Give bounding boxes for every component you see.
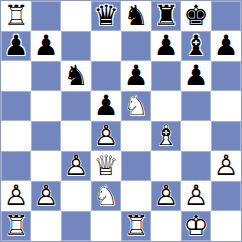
piece-glyph: ♚ [183,2,208,30]
square-c2[interactable] [61,181,91,211]
square-b7[interactable]: ♟ [31,31,61,61]
square-f4[interactable]: ♝♗ [151,121,181,151]
square-c8[interactable] [61,1,91,31]
black-pawn[interactable]: ♟ [1,31,31,61]
piece-glyph: ♟ [153,32,178,60]
piece-glyph-outline: ♙ [213,152,238,180]
square-b8[interactable] [31,1,61,31]
piece-glyph: ♜ [153,2,178,30]
square-c6[interactable]: ♞ [61,61,91,91]
white-pawn[interactable]: ♟♙ [61,151,91,181]
square-g2[interactable]: ♟♙ [181,181,211,211]
square-h3[interactable]: ♟♙ [211,151,241,181]
square-a5[interactable] [1,91,31,121]
black-pawn[interactable]: ♟ [181,61,211,91]
square-e6[interactable]: ♟ [121,61,151,91]
square-a2[interactable]: ♟♙ [1,181,31,211]
square-h2[interactable] [211,181,241,211]
square-c1[interactable] [61,211,91,241]
square-d4[interactable]: ♟♙ [91,121,121,151]
square-g3[interactable] [181,151,211,181]
piece-glyph: ♟ [3,32,28,60]
white-pawn[interactable]: ♟♙ [181,181,211,211]
square-g8[interactable]: ♚ [181,1,211,31]
piece-glyph: ♛ [93,2,118,30]
piece-glyph: ♟ [183,62,208,90]
piece-glyph-outline: ♙ [93,122,118,150]
white-knight[interactable]: ♞♘ [91,181,121,211]
piece-glyph: ♞ [123,2,148,30]
white-rook[interactable]: ♜♖ [1,1,31,31]
square-d7[interactable] [91,31,121,61]
piece-glyph-outline: ♙ [153,182,178,210]
square-g4[interactable] [181,121,211,151]
square-b4[interactable] [31,121,61,151]
piece-glyph-outline: ♖ [3,212,28,240]
square-a4[interactable] [1,121,31,151]
square-a6[interactable] [1,61,31,91]
square-c5[interactable] [61,91,91,121]
square-f7[interactable]: ♟ [151,31,181,61]
square-f8[interactable]: ♜ [151,1,181,31]
square-c4[interactable] [61,121,91,151]
black-queen[interactable]: ♛ [91,1,121,31]
black-pawn[interactable]: ♟ [91,91,121,121]
piece-glyph-outline: ♗ [153,122,178,150]
black-pawn[interactable]: ♟ [211,31,241,61]
white-queen[interactable]: ♛♕ [91,151,121,181]
black-knight[interactable]: ♞ [61,61,91,91]
white-pawn[interactable]: ♟♙ [151,181,181,211]
square-f1[interactable] [151,211,181,241]
square-c7[interactable] [61,31,91,61]
square-h5[interactable] [211,91,241,121]
square-e7[interactable] [121,31,151,61]
black-rook[interactable]: ♜ [151,1,181,31]
square-g1[interactable]: ♚♔ [181,211,211,241]
piece-glyph-outline: ♔ [183,212,208,240]
square-e2[interactable] [121,181,151,211]
square-g5[interactable] [181,91,211,121]
black-bishop[interactable]: ♝ [181,31,211,61]
square-d1[interactable] [91,211,121,241]
black-king[interactable]: ♚ [181,1,211,31]
white-rook[interactable]: ♜♖ [121,211,151,241]
square-h4[interactable] [211,121,241,151]
piece-glyph-outline: ♙ [63,152,88,180]
chess-board: ♜♖♛♞♜♚♟♟♟♝♟♞♟♟♟♞♘♟♙♝♗♟♙♛♕♟♙♟♙♟♙♞♘♟♙♟♙♜♖♜… [0,0,242,242]
piece-glyph-outline: ♙ [3,182,28,210]
square-a1[interactable]: ♜♖ [1,211,31,241]
white-knight[interactable]: ♞♘ [121,91,151,121]
square-f5[interactable] [151,91,181,121]
square-h7[interactable]: ♟ [211,31,241,61]
square-h1[interactable] [211,211,241,241]
piece-glyph: ♞ [63,62,88,90]
square-d3[interactable]: ♛♕ [91,151,121,181]
square-g7[interactable]: ♝ [181,31,211,61]
square-a8[interactable]: ♜♖ [1,1,31,31]
white-pawn[interactable]: ♟♙ [1,181,31,211]
square-d8[interactable]: ♛ [91,1,121,31]
piece-glyph-outline: ♘ [123,92,148,120]
square-e1[interactable]: ♜♖ [121,211,151,241]
piece-glyph-outline: ♖ [123,212,148,240]
piece-glyph: ♟ [213,32,238,60]
square-c3[interactable]: ♟♙ [61,151,91,181]
square-e5[interactable]: ♞♘ [121,91,151,121]
square-g6[interactable]: ♟ [181,61,211,91]
piece-glyph: ♟ [33,32,58,60]
white-pawn[interactable]: ♟♙ [91,121,121,151]
square-h8[interactable] [211,1,241,31]
piece-glyph: ♝ [183,32,208,60]
piece-glyph-outline: ♙ [33,182,58,210]
square-h6[interactable] [211,61,241,91]
square-b5[interactable] [31,91,61,121]
square-e3[interactable] [121,151,151,181]
white-king[interactable]: ♚♔ [181,211,211,241]
black-pawn[interactable]: ♟ [121,61,151,91]
piece-glyph-outline: ♘ [93,182,118,210]
square-d5[interactable]: ♟ [91,91,121,121]
square-e4[interactable] [121,121,151,151]
square-b2[interactable]: ♟♙ [31,181,61,211]
square-d2[interactable]: ♞♘ [91,181,121,211]
square-e8[interactable]: ♞ [121,1,151,31]
square-a3[interactable] [1,151,31,181]
white-bishop[interactable]: ♝♗ [151,121,181,151]
white-pawn[interactable]: ♟♙ [211,151,241,181]
piece-glyph: ♟ [93,92,118,120]
black-pawn[interactable]: ♟ [31,31,61,61]
white-rook[interactable]: ♜♖ [1,211,31,241]
piece-glyph-outline: ♕ [93,152,118,180]
square-f2[interactable]: ♟♙ [151,181,181,211]
piece-glyph-outline: ♖ [3,2,28,30]
square-b6[interactable] [31,61,61,91]
square-b3[interactable] [31,151,61,181]
square-a7[interactable]: ♟ [1,31,31,61]
piece-glyph: ♟ [123,62,148,90]
square-b1[interactable] [31,211,61,241]
square-d6[interactable] [91,61,121,91]
black-pawn[interactable]: ♟ [151,31,181,61]
piece-glyph-outline: ♙ [183,182,208,210]
black-knight[interactable]: ♞ [121,1,151,31]
square-f3[interactable] [151,151,181,181]
white-pawn[interactable]: ♟♙ [31,181,61,211]
square-f6[interactable] [151,61,181,91]
